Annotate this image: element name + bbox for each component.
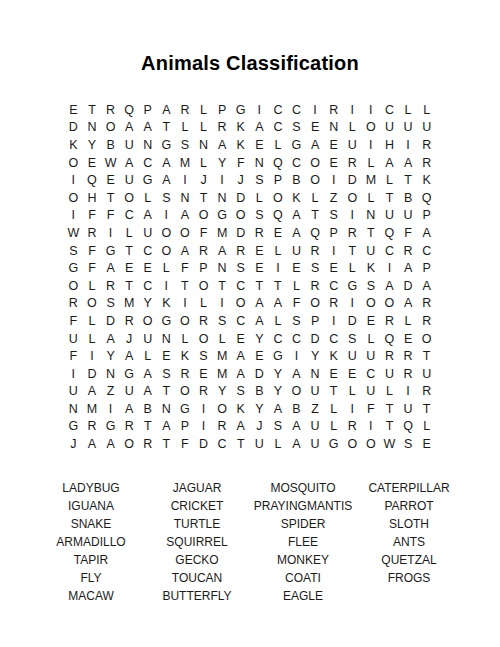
grid-cell[interactable]: O <box>138 312 157 330</box>
grid-cell[interactable]: G <box>324 435 343 453</box>
grid-cell[interactable]: E <box>101 171 120 189</box>
grid-cell[interactable]: C <box>231 277 250 295</box>
grid-cell[interactable]: L <box>343 259 362 277</box>
grid-cell[interactable]: I <box>194 418 213 436</box>
grid-cell[interactable]: D <box>399 277 418 295</box>
grid-cell[interactable]: T <box>417 347 436 365</box>
grid-cell[interactable]: J <box>120 330 139 348</box>
grid-cell[interactable]: I <box>343 400 362 418</box>
grid-cell[interactable]: O <box>306 154 325 172</box>
grid-cell[interactable]: R <box>380 347 399 365</box>
grid-cell[interactable]: A <box>380 154 399 172</box>
grid-cell[interactable]: L <box>194 101 213 119</box>
grid-cell[interactable]: E <box>324 365 343 383</box>
grid-cell[interactable]: R <box>176 101 195 119</box>
grid-cell[interactable]: E <box>362 312 381 330</box>
grid-cell[interactable]: F <box>176 259 195 277</box>
grid-cell[interactable]: R <box>380 312 399 330</box>
grid-cell[interactable]: A <box>231 418 250 436</box>
grid-cell[interactable]: P <box>417 259 436 277</box>
grid-cell[interactable]: B <box>138 400 157 418</box>
grid-cell[interactable]: U <box>380 365 399 383</box>
grid-cell[interactable]: E <box>324 136 343 154</box>
grid-cell[interactable]: L <box>269 136 288 154</box>
grid-cell[interactable]: E <box>324 154 343 172</box>
grid-cell[interactable]: U <box>343 136 362 154</box>
grid-cell[interactable]: L <box>269 435 288 453</box>
grid-cell[interactable]: B <box>250 383 269 401</box>
grid-cell[interactable]: L <box>176 119 195 137</box>
grid-cell[interactable]: S <box>231 259 250 277</box>
grid-cell[interactable]: P <box>213 101 232 119</box>
grid-cell[interactable]: R <box>83 418 102 436</box>
grid-cell[interactable]: R <box>138 435 157 453</box>
grid-cell[interactable]: S <box>64 242 83 260</box>
grid-cell[interactable]: C <box>120 207 139 225</box>
grid-cell[interactable]: R <box>101 277 120 295</box>
grid-cell[interactable]: U <box>399 119 418 137</box>
grid-cell[interactable]: O <box>362 435 381 453</box>
grid-cell[interactable]: N <box>101 365 120 383</box>
grid-cell[interactable]: U <box>250 435 269 453</box>
grid-cell[interactable]: A <box>399 259 418 277</box>
grid-cell[interactable]: U <box>138 224 157 242</box>
grid-cell[interactable]: W <box>101 154 120 172</box>
grid-cell[interactable]: E <box>250 347 269 365</box>
grid-cell[interactable]: S <box>306 259 325 277</box>
grid-cell[interactable]: U <box>399 207 418 225</box>
grid-cell[interactable]: M <box>213 347 232 365</box>
grid-cell[interactable]: Q <box>269 207 288 225</box>
grid-cell[interactable]: A <box>399 154 418 172</box>
grid-cell[interactable]: R <box>417 154 436 172</box>
grid-cell[interactable]: K <box>231 400 250 418</box>
grid-cell[interactable]: S <box>213 312 232 330</box>
grid-cell[interactable]: A <box>120 119 139 137</box>
grid-cell[interactable]: F <box>64 347 83 365</box>
grid-cell[interactable]: T <box>380 400 399 418</box>
grid-cell[interactable]: U <box>120 383 139 401</box>
grid-cell[interactable]: I <box>343 295 362 313</box>
grid-cell[interactable]: I <box>64 171 83 189</box>
grid-cell[interactable]: I <box>101 400 120 418</box>
grid-cell[interactable]: L <box>83 277 102 295</box>
grid-cell[interactable]: U <box>306 383 325 401</box>
grid-cell[interactable]: R <box>120 312 139 330</box>
grid-cell[interactable]: T <box>176 277 195 295</box>
grid-cell[interactable]: L <box>380 383 399 401</box>
grid-cell[interactable]: U <box>399 400 418 418</box>
grid-cell[interactable]: C <box>213 435 232 453</box>
grid-cell[interactable]: Q <box>120 101 139 119</box>
grid-cell[interactable]: S <box>269 418 288 436</box>
grid-cell[interactable]: I <box>250 101 269 119</box>
grid-cell[interactable]: A <box>101 259 120 277</box>
grid-cell[interactable]: D <box>101 312 120 330</box>
grid-cell[interactable]: L <box>287 277 306 295</box>
grid-cell[interactable]: E <box>250 242 269 260</box>
grid-cell[interactable]: E <box>269 224 288 242</box>
grid-cell[interactable]: C <box>138 154 157 172</box>
grid-cell[interactable]: G <box>176 400 195 418</box>
grid-cell[interactable]: J <box>231 171 250 189</box>
grid-cell[interactable]: N <box>213 189 232 207</box>
grid-cell[interactable]: U <box>64 330 83 348</box>
grid-cell[interactable]: G <box>101 418 120 436</box>
grid-cell[interactable]: S <box>287 312 306 330</box>
grid-cell[interactable]: O <box>64 189 83 207</box>
grid-cell[interactable]: I <box>399 136 418 154</box>
grid-cell[interactable]: A <box>250 295 269 313</box>
grid-cell[interactable]: P <box>194 259 213 277</box>
grid-cell[interactable]: Y <box>83 136 102 154</box>
grid-cell[interactable]: L <box>362 330 381 348</box>
grid-cell[interactable]: M <box>120 295 139 313</box>
grid-cell[interactable]: Y <box>101 347 120 365</box>
grid-cell[interactable]: I <box>157 207 176 225</box>
grid-cell[interactable]: Y <box>250 330 269 348</box>
grid-cell[interactable]: O <box>362 295 381 313</box>
grid-cell[interactable]: A <box>101 330 120 348</box>
grid-cell[interactable]: C <box>287 101 306 119</box>
grid-cell[interactable]: R <box>399 365 418 383</box>
grid-cell[interactable]: P <box>176 418 195 436</box>
grid-cell[interactable]: I <box>380 259 399 277</box>
grid-cell[interactable]: N <box>250 154 269 172</box>
grid-cell[interactable]: L <box>194 154 213 172</box>
grid-cell[interactable]: A <box>138 207 157 225</box>
grid-cell[interactable]: R <box>324 295 343 313</box>
grid-cell[interactable]: S <box>324 207 343 225</box>
grid-cell[interactable]: R <box>213 418 232 436</box>
grid-cell[interactable]: R <box>120 418 139 436</box>
grid-cell[interactable]: I <box>269 259 288 277</box>
grid-cell[interactable]: L <box>399 312 418 330</box>
grid-cell[interactable]: R <box>343 224 362 242</box>
grid-cell[interactable]: R <box>306 242 325 260</box>
grid-cell[interactable]: S <box>176 136 195 154</box>
grid-cell[interactable]: S <box>194 347 213 365</box>
grid-cell[interactable]: L <box>83 312 102 330</box>
grid-cell[interactable]: R <box>101 101 120 119</box>
grid-cell[interactable]: O <box>176 224 195 242</box>
grid-cell[interactable]: T <box>120 277 139 295</box>
grid-cell[interactable]: U <box>362 347 381 365</box>
grid-cell[interactable]: W <box>380 435 399 453</box>
grid-cell[interactable]: S <box>287 119 306 137</box>
grid-cell[interactable]: U <box>120 136 139 154</box>
grid-cell[interactable]: G <box>64 418 83 436</box>
grid-cell[interactable]: O <box>343 189 362 207</box>
grid-cell[interactable]: R <box>231 242 250 260</box>
grid-cell[interactable]: I <box>324 312 343 330</box>
grid-cell[interactable]: A <box>231 347 250 365</box>
grid-cell[interactable]: N <box>324 119 343 137</box>
grid-cell[interactable]: O <box>231 295 250 313</box>
grid-cell[interactable]: R <box>83 224 102 242</box>
grid-cell[interactable]: P <box>306 312 325 330</box>
grid-cell[interactable]: R <box>306 277 325 295</box>
grid-cell[interactable]: G <box>157 312 176 330</box>
grid-cell[interactable]: R <box>324 101 343 119</box>
grid-cell[interactable]: D <box>194 435 213 453</box>
grid-cell[interactable]: H <box>380 136 399 154</box>
grid-cell[interactable]: A <box>120 400 139 418</box>
grid-cell[interactable]: E <box>157 347 176 365</box>
grid-cell[interactable]: I <box>64 207 83 225</box>
grid-cell[interactable]: A <box>83 435 102 453</box>
grid-cell[interactable]: K <box>417 171 436 189</box>
grid-cell[interactable]: D <box>231 224 250 242</box>
grid-cell[interactable]: Q <box>380 224 399 242</box>
grid-cell[interactable]: A <box>231 365 250 383</box>
grid-cell[interactable]: F <box>287 295 306 313</box>
grid-cell[interactable]: T <box>157 435 176 453</box>
grid-cell[interactable]: L <box>269 312 288 330</box>
grid-cell[interactable]: F <box>399 224 418 242</box>
grid-cell[interactable]: I <box>362 136 381 154</box>
grid-cell[interactable]: I <box>324 242 343 260</box>
grid-cell[interactable]: D <box>250 365 269 383</box>
grid-cell[interactable]: E <box>231 330 250 348</box>
grid-cell[interactable]: E <box>324 259 343 277</box>
grid-cell[interactable]: A <box>213 136 232 154</box>
grid-cell[interactable]: C <box>269 119 288 137</box>
grid-cell[interactable]: B <box>287 400 306 418</box>
grid-cell[interactable]: T <box>343 242 362 260</box>
grid-cell[interactable]: T <box>213 277 232 295</box>
grid-cell[interactable]: O <box>287 383 306 401</box>
grid-cell[interactable]: C <box>324 330 343 348</box>
grid-cell[interactable]: T <box>417 400 436 418</box>
grid-cell[interactable]: G <box>138 171 157 189</box>
grid-cell[interactable]: A <box>120 154 139 172</box>
grid-cell[interactable]: F <box>83 207 102 225</box>
grid-cell[interactable]: L <box>306 189 325 207</box>
grid-cell[interactable]: M <box>362 171 381 189</box>
grid-cell[interactable]: U <box>417 365 436 383</box>
grid-cell[interactable]: Z <box>306 400 325 418</box>
grid-cell[interactable]: S <box>250 171 269 189</box>
grid-cell[interactable]: I <box>343 207 362 225</box>
grid-cell[interactable]: G <box>287 136 306 154</box>
grid-cell[interactable]: K <box>231 136 250 154</box>
grid-cell[interactable]: M <box>213 224 232 242</box>
grid-cell[interactable]: C <box>362 365 381 383</box>
grid-cell[interactable]: C <box>269 101 288 119</box>
grid-cell[interactable]: A <box>287 418 306 436</box>
grid-cell[interactable]: A <box>269 295 288 313</box>
grid-cell[interactable]: R <box>417 312 436 330</box>
grid-cell[interactable]: F <box>101 207 120 225</box>
grid-cell[interactable]: K <box>362 259 381 277</box>
grid-cell[interactable]: C <box>380 242 399 260</box>
grid-cell[interactable]: C <box>138 242 157 260</box>
grid-cell[interactable]: C <box>231 312 250 330</box>
grid-cell[interactable]: G <box>120 365 139 383</box>
grid-cell[interactable]: G <box>231 101 250 119</box>
grid-cell[interactable]: F <box>362 400 381 418</box>
grid-cell[interactable]: L <box>157 259 176 277</box>
grid-cell[interactable]: S <box>343 330 362 348</box>
grid-cell[interactable]: A <box>138 383 157 401</box>
grid-cell[interactable]: K <box>324 347 343 365</box>
grid-cell[interactable]: E <box>417 435 436 453</box>
grid-cell[interactable]: O <box>306 171 325 189</box>
grid-cell[interactable]: K <box>287 189 306 207</box>
grid-cell[interactable]: O <box>417 330 436 348</box>
grid-cell[interactable]: J <box>194 171 213 189</box>
grid-cell[interactable]: O <box>343 435 362 453</box>
grid-cell[interactable]: U <box>362 383 381 401</box>
grid-cell[interactable]: L <box>324 418 343 436</box>
grid-cell[interactable]: F <box>64 312 83 330</box>
grid-cell[interactable]: O <box>380 295 399 313</box>
grid-cell[interactable]: R <box>399 242 418 260</box>
grid-cell[interactable]: Y <box>250 400 269 418</box>
grid-cell[interactable]: J <box>64 435 83 453</box>
grid-cell[interactable]: S <box>157 189 176 207</box>
grid-cell[interactable]: R <box>213 119 232 137</box>
grid-cell[interactable]: E <box>287 259 306 277</box>
grid-cell[interactable]: R <box>64 295 83 313</box>
grid-cell[interactable]: O <box>157 224 176 242</box>
grid-cell[interactable]: A <box>176 207 195 225</box>
grid-cell[interactable]: A <box>250 312 269 330</box>
grid-cell[interactable]: P <box>138 101 157 119</box>
grid-cell[interactable]: I <box>287 347 306 365</box>
grid-cell[interactable]: T <box>306 207 325 225</box>
grid-cell[interactable]: R <box>194 312 213 330</box>
grid-cell[interactable]: B <box>287 171 306 189</box>
grid-cell[interactable]: C <box>380 101 399 119</box>
grid-cell[interactable]: O <box>64 277 83 295</box>
grid-cell[interactable]: I <box>176 295 195 313</box>
grid-cell[interactable]: O <box>269 189 288 207</box>
grid-cell[interactable]: A <box>176 242 195 260</box>
grid-cell[interactable]: U <box>362 242 381 260</box>
grid-cell[interactable]: I <box>157 277 176 295</box>
grid-cell[interactable]: P <box>324 224 343 242</box>
grid-cell[interactable]: Q <box>399 418 418 436</box>
grid-cell[interactable]: L <box>362 189 381 207</box>
grid-cell[interactable]: N <box>362 207 381 225</box>
grid-cell[interactable]: U <box>343 347 362 365</box>
grid-cell[interactable]: U <box>287 242 306 260</box>
grid-cell[interactable]: O <box>157 242 176 260</box>
grid-cell[interactable]: S <box>250 207 269 225</box>
grid-cell[interactable]: K <box>64 136 83 154</box>
grid-cell[interactable]: I <box>399 383 418 401</box>
grid-cell[interactable]: L <box>83 330 102 348</box>
grid-cell[interactable]: O <box>306 295 325 313</box>
grid-cell[interactable]: S <box>399 435 418 453</box>
grid-cell[interactable]: T <box>380 189 399 207</box>
grid-cell[interactable]: T <box>250 277 269 295</box>
grid-cell[interactable]: Y <box>213 154 232 172</box>
grid-cell[interactable]: A <box>417 224 436 242</box>
grid-cell[interactable]: L <box>343 383 362 401</box>
grid-cell[interactable]: Q <box>269 154 288 172</box>
grid-cell[interactable]: G <box>269 347 288 365</box>
grid-cell[interactable]: I <box>101 224 120 242</box>
grid-cell[interactable]: T <box>194 189 213 207</box>
grid-cell[interactable]: E <box>343 365 362 383</box>
grid-cell[interactable]: L <box>176 330 195 348</box>
grid-cell[interactable]: U <box>417 119 436 137</box>
grid-cell[interactable]: D <box>64 119 83 137</box>
grid-cell[interactable]: C <box>417 242 436 260</box>
grid-cell[interactable]: I <box>362 101 381 119</box>
grid-cell[interactable]: Q <box>380 330 399 348</box>
grid-cell[interactable]: L <box>343 119 362 137</box>
grid-cell[interactable]: A <box>157 101 176 119</box>
grid-cell[interactable]: L <box>213 330 232 348</box>
grid-cell[interactable]: C <box>269 330 288 348</box>
grid-cell[interactable]: F <box>83 259 102 277</box>
grid-cell[interactable]: T <box>269 277 288 295</box>
grid-cell[interactable]: A <box>83 383 102 401</box>
grid-cell[interactable]: A <box>287 435 306 453</box>
grid-cell[interactable]: M <box>83 400 102 418</box>
grid-cell[interactable]: L <box>417 418 436 436</box>
grid-cell[interactable]: L <box>417 101 436 119</box>
grid-cell[interactable]: G <box>64 259 83 277</box>
grid-cell[interactable]: G <box>343 277 362 295</box>
grid-cell[interactable]: M <box>176 154 195 172</box>
grid-cell[interactable]: O <box>231 207 250 225</box>
grid-cell[interactable]: L <box>380 171 399 189</box>
grid-cell[interactable]: N <box>306 365 325 383</box>
grid-cell[interactable]: T <box>138 418 157 436</box>
grid-cell[interactable]: Y <box>306 347 325 365</box>
grid-cell[interactable]: Y <box>213 383 232 401</box>
grid-cell[interactable]: D <box>306 330 325 348</box>
grid-cell[interactable]: O <box>176 312 195 330</box>
grid-cell[interactable]: U <box>138 330 157 348</box>
grid-cell[interactable]: F <box>83 242 102 260</box>
grid-cell[interactable]: T <box>362 224 381 242</box>
grid-cell[interactable]: A <box>157 154 176 172</box>
grid-cell[interactable]: E <box>250 259 269 277</box>
grid-cell[interactable]: Z <box>101 383 120 401</box>
grid-cell[interactable]: A <box>120 347 139 365</box>
grid-cell[interactable]: S <box>157 365 176 383</box>
grid-cell[interactable]: I <box>194 400 213 418</box>
grid-cell[interactable]: U <box>64 383 83 401</box>
grid-cell[interactable]: N <box>64 400 83 418</box>
grid-cell[interactable]: A <box>269 400 288 418</box>
grid-cell[interactable]: A <box>287 365 306 383</box>
grid-cell[interactable]: R <box>417 295 436 313</box>
grid-cell[interactable]: F <box>231 154 250 172</box>
grid-cell[interactable]: E <box>250 136 269 154</box>
grid-cell[interactable]: U <box>306 418 325 436</box>
grid-cell[interactable]: K <box>231 119 250 137</box>
grid-cell[interactable]: Y <box>269 365 288 383</box>
grid-cell[interactable]: E <box>138 259 157 277</box>
grid-cell[interactable]: A <box>157 171 176 189</box>
grid-cell[interactable]: E <box>306 119 325 137</box>
grid-cell[interactable]: L <box>362 154 381 172</box>
grid-cell[interactable]: R <box>343 418 362 436</box>
grid-cell[interactable]: O <box>101 119 120 137</box>
grid-cell[interactable]: Q <box>306 224 325 242</box>
grid-cell[interactable]: O <box>362 119 381 137</box>
grid-cell[interactable]: P <box>269 171 288 189</box>
grid-cell[interactable]: A <box>287 224 306 242</box>
grid-cell[interactable]: O <box>120 435 139 453</box>
